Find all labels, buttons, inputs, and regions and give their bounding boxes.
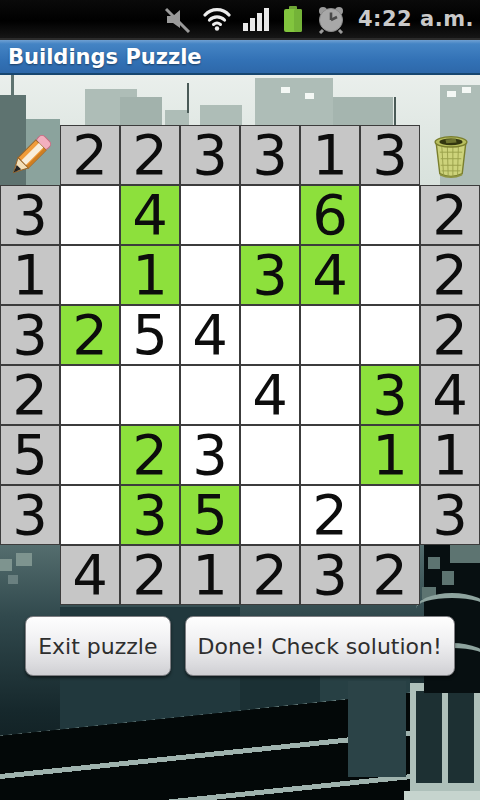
cell-r4c2[interactable]: [120, 365, 180, 425]
cell-r5c6[interactable]: 1: [360, 425, 420, 485]
cell-r2c6[interactable]: [360, 245, 420, 305]
trash-icon[interactable]: [423, 127, 479, 183]
cell-r3c3[interactable]: 4: [180, 305, 240, 365]
window-speck: [281, 87, 290, 93]
cell-r5c2[interactable]: 2: [120, 425, 180, 485]
clue-bottom-4: 2: [240, 545, 300, 605]
cell-r6c6[interactable]: [360, 485, 420, 545]
cell-r2c2[interactable]: 1: [120, 245, 180, 305]
clue-right-5: 1: [420, 425, 480, 485]
corner-bottom-right: [420, 545, 480, 605]
cell-r3c4[interactable]: [240, 305, 300, 365]
clue-left-6: 3: [0, 485, 60, 545]
cell-r1c2[interactable]: 4: [120, 185, 180, 245]
clue-top-4: 3: [240, 125, 300, 185]
window-speck: [462, 87, 471, 93]
cell-r4c4[interactable]: 4: [240, 365, 300, 425]
cell-r6c2[interactable]: 3: [120, 485, 180, 545]
cell-r1c4[interactable]: [240, 185, 300, 245]
exit-puzzle-button[interactable]: Exit puzzle: [25, 616, 170, 676]
clue-bottom-1: 4: [60, 545, 120, 605]
cell-r4c1[interactable]: [60, 365, 120, 425]
cell-r3c2[interactable]: 5: [120, 305, 180, 365]
cell-r6c5[interactable]: 2: [300, 485, 360, 545]
clue-right-3: 2: [420, 305, 480, 365]
clue-left-1: 3: [0, 185, 60, 245]
clue-left-2: 1: [0, 245, 60, 305]
cell-r6c3[interactable]: 5: [180, 485, 240, 545]
cell-r5c1[interactable]: [60, 425, 120, 485]
cell-r2c3[interactable]: [180, 245, 240, 305]
window-pane: [448, 691, 474, 783]
clue-top-3: 3: [180, 125, 240, 185]
clue-right-1: 2: [420, 185, 480, 245]
cell-r3c6[interactable]: [360, 305, 420, 365]
cell-r5c4[interactable]: [240, 425, 300, 485]
cell-r6c1[interactable]: [60, 485, 120, 545]
puzzle-grid: 2233133462113423254224345231133523421232: [0, 125, 480, 605]
check-solution-button[interactable]: Done! Check solution!: [185, 616, 455, 676]
alarm-icon: [316, 5, 346, 34]
window-speck: [447, 91, 456, 97]
cell-r1c1[interactable]: [60, 185, 120, 245]
cell-r2c5[interactable]: 4: [300, 245, 360, 305]
cell-r2c4[interactable]: 3: [240, 245, 300, 305]
cell-r1c3[interactable]: [180, 185, 240, 245]
cell-r1c5[interactable]: 6: [300, 185, 360, 245]
clock-time: 4:22 a.m.: [358, 7, 474, 31]
clue-bottom-2: 2: [120, 545, 180, 605]
title-bar: Buildings Puzzle: [0, 40, 480, 75]
clue-top-1: 2: [60, 125, 120, 185]
window-pane: [416, 691, 442, 783]
clue-right-4: 4: [420, 365, 480, 425]
cell-r5c3[interactable]: 3: [180, 425, 240, 485]
cell-r1c6[interactable]: [360, 185, 420, 245]
antenna: [187, 83, 189, 113]
cell-r4c5[interactable]: [300, 365, 360, 425]
clue-right-2: 2: [420, 245, 480, 305]
mute-icon: [164, 6, 191, 33]
cell-r3c5[interactable]: [300, 305, 360, 365]
cell-r6c4[interactable]: [240, 485, 300, 545]
clue-bottom-5: 3: [300, 545, 360, 605]
clue-bottom-6: 2: [360, 545, 420, 605]
clue-top-6: 3: [360, 125, 420, 185]
clue-left-4: 2: [0, 365, 60, 425]
app-screen: 4:22 a.m. Buildings Puzzle: [0, 0, 480, 800]
window-speck: [305, 93, 314, 99]
building-shape: [348, 681, 406, 777]
wifi-icon: [203, 7, 231, 31]
cell-r4c6[interactable]: 3: [360, 365, 420, 425]
clue-left-5: 5: [0, 425, 60, 485]
battery-icon: [282, 4, 304, 34]
corner-bottom-left: [0, 545, 60, 605]
pencil-icon[interactable]: [1, 127, 59, 185]
page-title: Buildings Puzzle: [0, 45, 202, 69]
clue-right-6: 3: [420, 485, 480, 545]
window-sill: [404, 791, 480, 800]
status-bar: 4:22 a.m.: [0, 0, 480, 40]
cell-r5c5[interactable]: [300, 425, 360, 485]
cell-r2c1[interactable]: [60, 245, 120, 305]
cell-r3c1[interactable]: 2: [60, 305, 120, 365]
lit-window-building: [410, 683, 480, 800]
clue-top-5: 1: [300, 125, 360, 185]
signal-icon: [243, 7, 270, 32]
cell-r4c3[interactable]: [180, 365, 240, 425]
action-buttons: Exit puzzle Done! Check solution!: [0, 616, 480, 676]
clue-left-3: 3: [0, 305, 60, 365]
tower-spire: [11, 75, 14, 99]
clue-top-2: 2: [120, 125, 180, 185]
clue-bottom-3: 1: [180, 545, 240, 605]
